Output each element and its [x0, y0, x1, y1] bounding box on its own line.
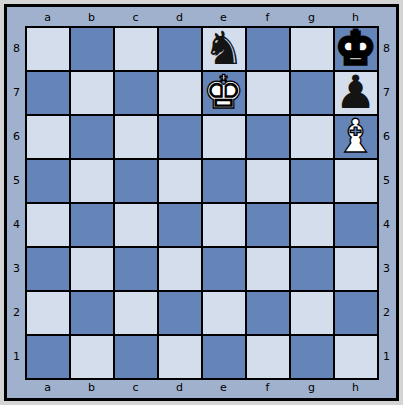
file-label-c: c [115, 380, 157, 396]
square-c6[interactable] [115, 116, 157, 158]
rank-label-3: 3 [379, 248, 395, 290]
square-a4[interactable] [27, 204, 69, 246]
square-c5[interactable] [115, 160, 157, 202]
rank-label-6: 6 [9, 116, 25, 158]
file-label-h: h [335, 380, 377, 396]
file-labels-bottom: abcdefgh [25, 380, 379, 396]
file-label-e: e [203, 380, 245, 396]
square-c2[interactable] [115, 292, 157, 334]
square-b4[interactable] [71, 204, 113, 246]
square-f3[interactable] [247, 248, 289, 290]
rank-labels-left: 87654321 [9, 26, 25, 380]
square-d3[interactable] [159, 248, 201, 290]
file-label-b: b [71, 10, 113, 26]
rank-label-4: 4 [9, 204, 25, 246]
square-c4[interactable] [115, 204, 157, 246]
square-h5[interactable] [335, 160, 377, 202]
square-g1[interactable] [291, 336, 333, 378]
file-label-g: g [291, 380, 333, 396]
square-g6[interactable] [291, 116, 333, 158]
square-a7[interactable] [27, 72, 69, 114]
square-a5[interactable] [27, 160, 69, 202]
square-c8[interactable] [115, 28, 157, 70]
square-b5[interactable] [71, 160, 113, 202]
square-f5[interactable] [247, 160, 289, 202]
square-e7[interactable]: ♚ [203, 72, 245, 114]
square-f1[interactable] [247, 336, 289, 378]
rank-label-1: 1 [379, 336, 395, 378]
square-f8[interactable] [247, 28, 289, 70]
square-a3[interactable] [27, 248, 69, 290]
square-g7[interactable] [291, 72, 333, 114]
square-f2[interactable] [247, 292, 289, 334]
board-block: abcdefgh 87654321 ♞♚♚♟♝ 87654321 abcdefg… [9, 10, 395, 396]
square-b7[interactable] [71, 72, 113, 114]
rank-label-7: 7 [9, 72, 25, 114]
square-h3[interactable] [335, 248, 377, 290]
square-g4[interactable] [291, 204, 333, 246]
file-label-b: b [71, 380, 113, 396]
square-e5[interactable] [203, 160, 245, 202]
square-h4[interactable] [335, 204, 377, 246]
file-label-d: d [159, 380, 201, 396]
square-b8[interactable] [71, 28, 113, 70]
white-king-e7[interactable]: ♚ [203, 69, 244, 115]
square-b3[interactable] [71, 248, 113, 290]
square-d5[interactable] [159, 160, 201, 202]
square-c3[interactable] [115, 248, 157, 290]
file-label-d: d [159, 10, 201, 26]
file-label-a: a [27, 10, 69, 26]
square-e6[interactable] [203, 116, 245, 158]
square-d4[interactable] [159, 204, 201, 246]
square-b2[interactable] [71, 292, 113, 334]
rank-label-5: 5 [9, 160, 25, 202]
rank-label-7: 7 [379, 72, 395, 114]
file-label-c: c [115, 10, 157, 26]
rank-label-3: 3 [9, 248, 25, 290]
square-b6[interactable] [71, 116, 113, 158]
chessboard-diagram: abcdefgh 87654321 ♞♚♚♟♝ 87654321 abcdefg… [0, 0, 403, 405]
square-a8[interactable] [27, 28, 69, 70]
file-label-f: f [247, 10, 289, 26]
square-e8[interactable]: ♞ [203, 28, 245, 70]
square-e2[interactable] [203, 292, 245, 334]
square-e1[interactable] [203, 336, 245, 378]
square-a1[interactable] [27, 336, 69, 378]
rank-label-4: 4 [379, 204, 395, 246]
square-h7[interactable]: ♟ [335, 72, 377, 114]
square-h2[interactable] [335, 292, 377, 334]
rank-labels-right: 87654321 [379, 26, 395, 380]
square-g3[interactable] [291, 248, 333, 290]
file-label-g: g [291, 10, 333, 26]
rank-label-2: 2 [379, 292, 395, 334]
board-frame: abcdefgh 87654321 ♞♚♚♟♝ 87654321 abcdefg… [4, 4, 399, 401]
square-d2[interactable] [159, 292, 201, 334]
square-f6[interactable] [247, 116, 289, 158]
square-d8[interactable] [159, 28, 201, 70]
rank-label-8: 8 [9, 28, 25, 70]
square-d7[interactable] [159, 72, 201, 114]
rank-label-6: 6 [379, 116, 395, 158]
file-label-a: a [27, 380, 69, 396]
square-g5[interactable] [291, 160, 333, 202]
rank-label-5: 5 [379, 160, 395, 202]
square-e4[interactable] [203, 204, 245, 246]
rank-label-1: 1 [9, 336, 25, 378]
square-a2[interactable] [27, 292, 69, 334]
board-middle-row: 87654321 ♞♚♚♟♝ 87654321 [9, 26, 395, 380]
square-f7[interactable] [247, 72, 289, 114]
square-h8[interactable]: ♚ [335, 28, 377, 70]
rank-label-2: 2 [9, 292, 25, 334]
square-h6[interactable]: ♝ [335, 116, 377, 158]
file-label-f: f [247, 380, 289, 396]
chess-board: ♞♚♚♟♝ [25, 26, 379, 380]
square-c7[interactable] [115, 72, 157, 114]
square-g2[interactable] [291, 292, 333, 334]
square-b1[interactable] [71, 336, 113, 378]
file-labels-top: abcdefgh [25, 10, 379, 26]
square-c1[interactable] [115, 336, 157, 378]
rank-label-8: 8 [379, 28, 395, 70]
white-bishop-h6[interactable]: ♝ [335, 113, 376, 159]
square-e3[interactable] [203, 248, 245, 290]
square-a6[interactable] [27, 116, 69, 158]
square-g8[interactable] [291, 28, 333, 70]
square-d1[interactable] [159, 336, 201, 378]
square-d6[interactable] [159, 116, 201, 158]
square-f4[interactable] [247, 204, 289, 246]
square-h1[interactable] [335, 336, 377, 378]
